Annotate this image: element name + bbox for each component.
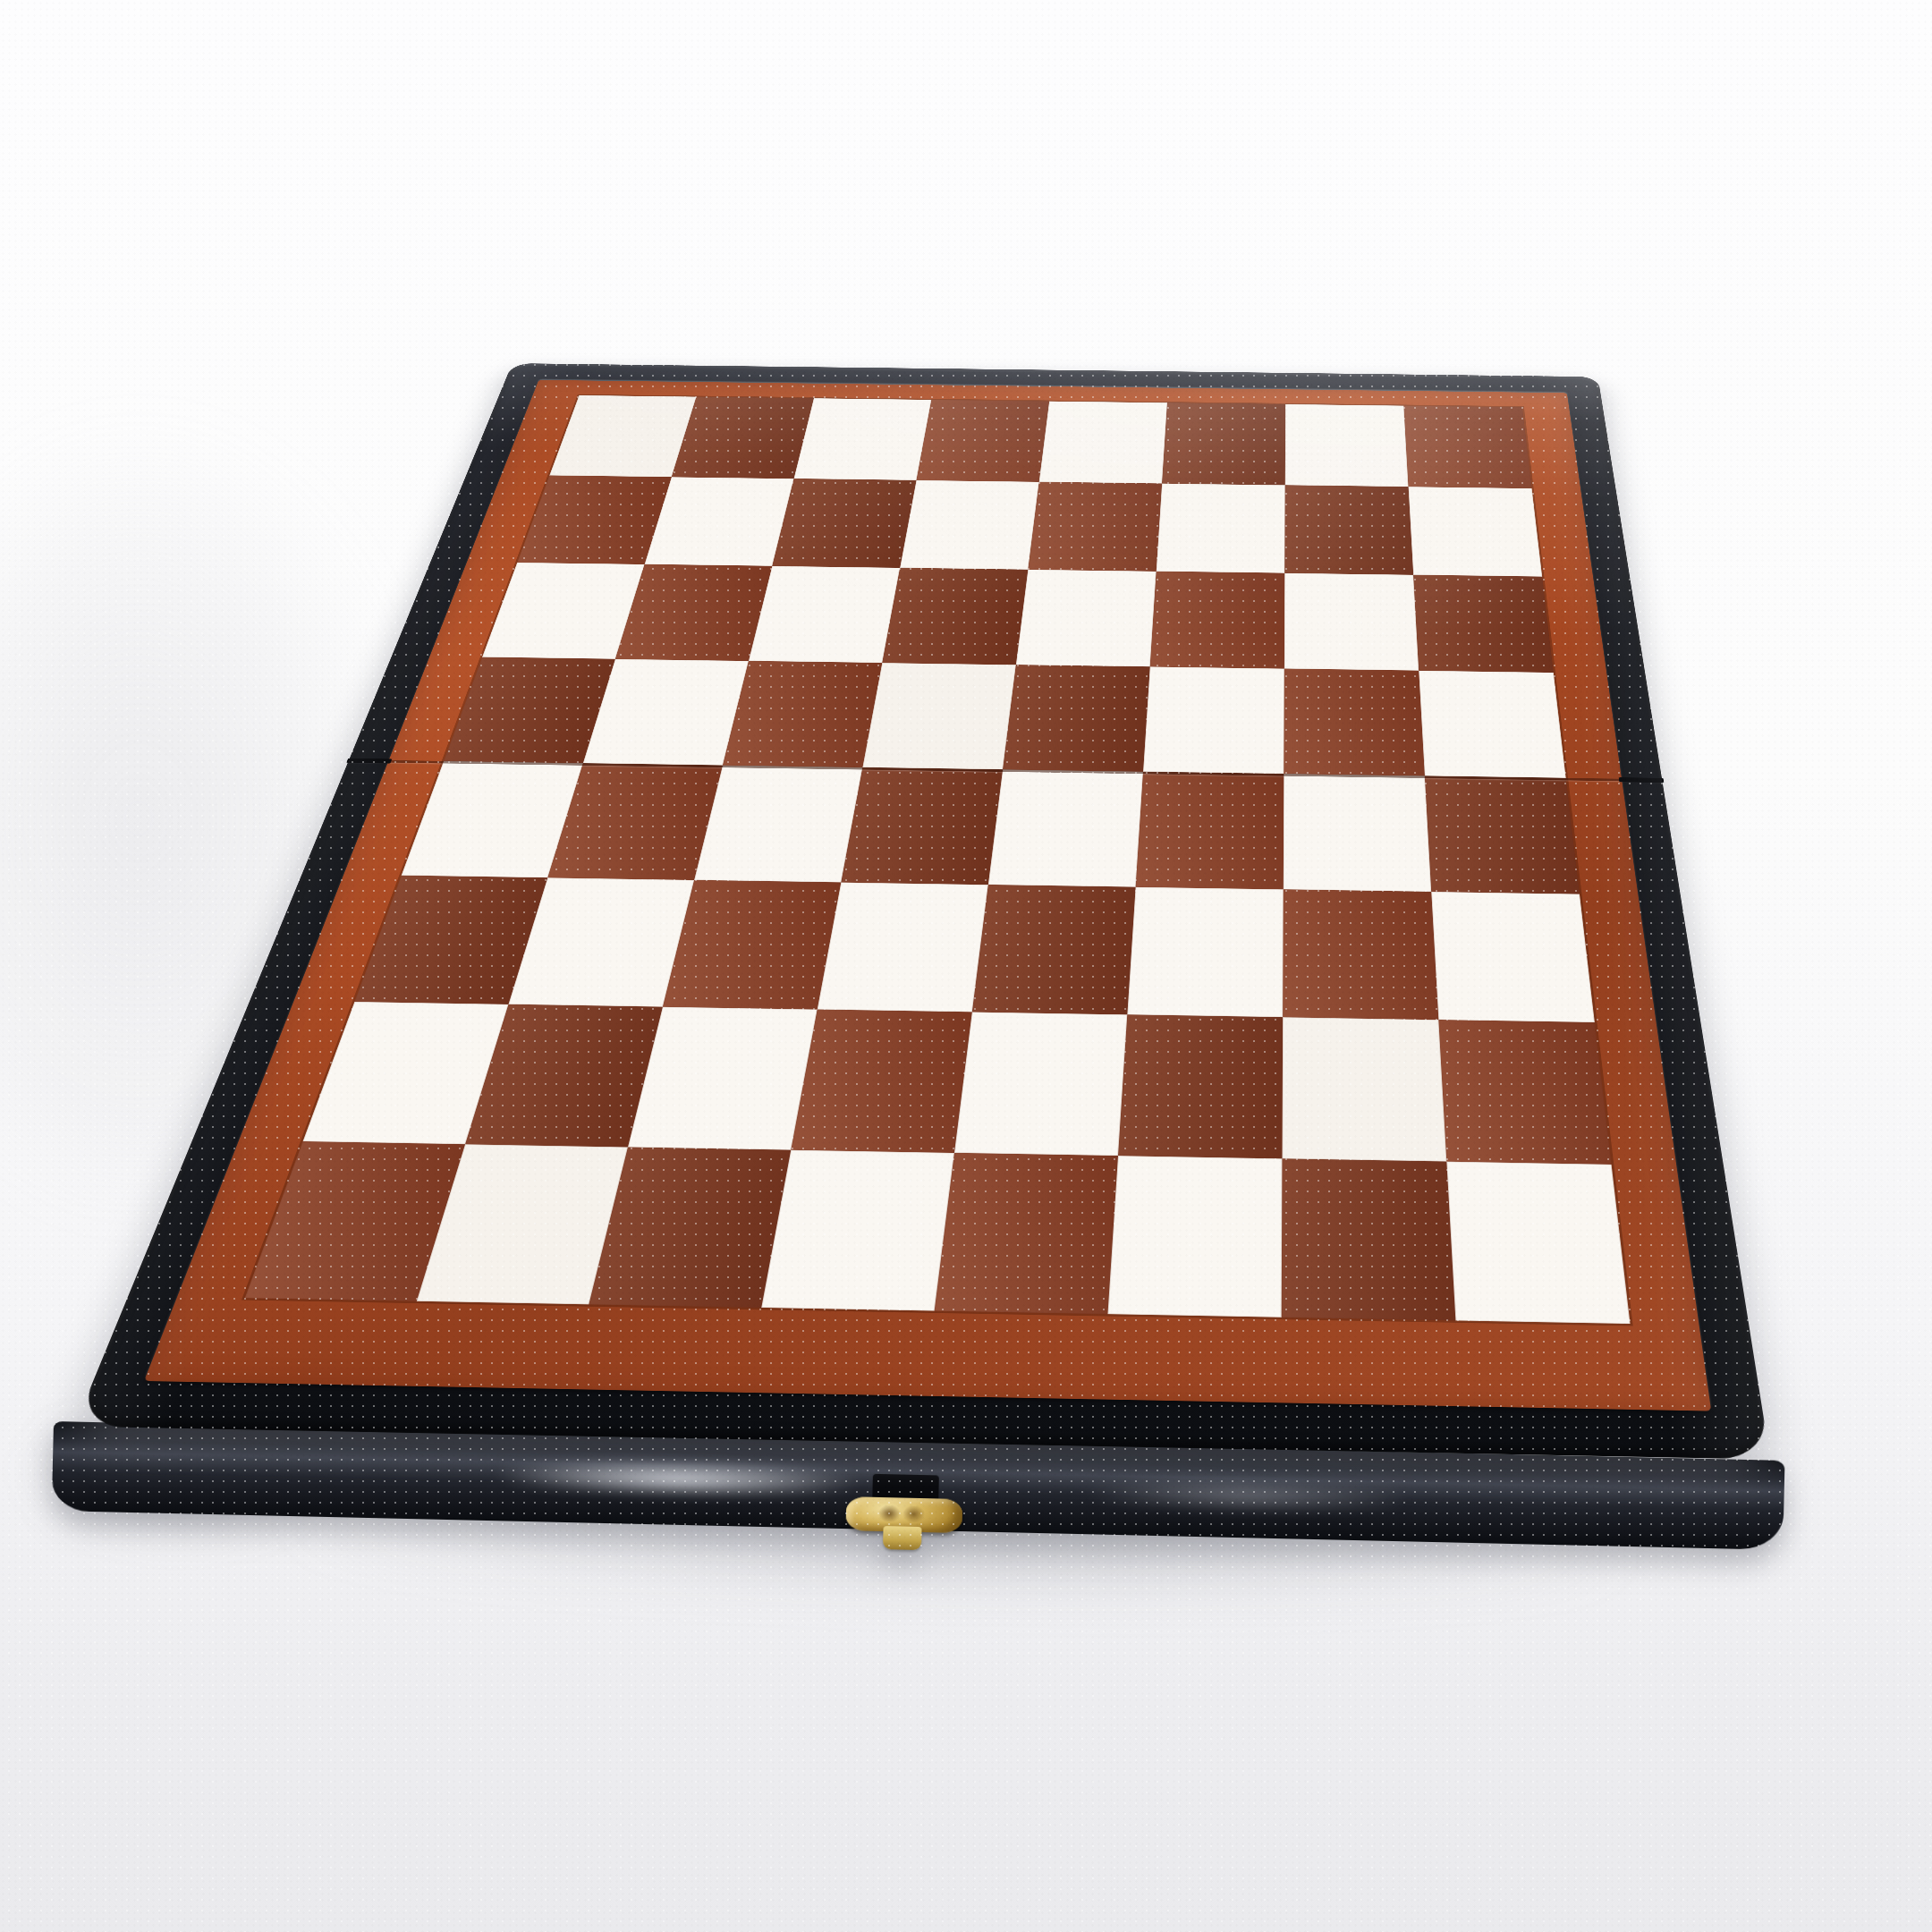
- square-g1: [1282, 1159, 1456, 1321]
- square-e5: [1003, 665, 1150, 771]
- square-c5: [723, 661, 882, 767]
- square-d1: [761, 1150, 954, 1311]
- square-g3: [1283, 889, 1438, 1020]
- square-e3: [972, 885, 1136, 1014]
- gloss-highlight: [463, 1459, 894, 1497]
- square-g6: [1284, 572, 1419, 670]
- square-g7: [1284, 485, 1413, 574]
- square-d3: [818, 882, 988, 1012]
- square-h7: [1409, 487, 1543, 576]
- square-f1: [1107, 1156, 1282, 1318]
- square-g5: [1284, 669, 1425, 776]
- square-e2: [954, 1012, 1127, 1156]
- square-f5: [1143, 667, 1284, 775]
- square-f7: [1157, 483, 1285, 572]
- chess-board: [245, 395, 1631, 1324]
- square-c6: [749, 566, 900, 664]
- square-h3: [1431, 892, 1595, 1022]
- gloss-highlight-2: [1054, 1479, 1438, 1512]
- square-g2: [1282, 1017, 1446, 1162]
- square-d7: [900, 480, 1038, 570]
- square-e8: [1039, 402, 1167, 484]
- square-h1: [1446, 1162, 1630, 1324]
- square-h4: [1425, 775, 1580, 894]
- square-h5: [1419, 671, 1566, 778]
- square-e7: [1028, 482, 1162, 572]
- square-d2: [791, 1009, 972, 1153]
- square-h6: [1413, 574, 1554, 673]
- square-b7: [645, 477, 794, 565]
- square-f6: [1150, 572, 1285, 669]
- square-b8: [672, 397, 814, 479]
- square-f3: [1127, 887, 1283, 1017]
- square-d5: [862, 663, 1015, 769]
- square-f8: [1162, 402, 1285, 485]
- square-c4: [694, 766, 862, 883]
- photo-scene: [0, 0, 1932, 1932]
- square-d6: [882, 568, 1028, 665]
- square-e6: [1016, 570, 1157, 667]
- square-h8: [1403, 406, 1531, 488]
- square-h2: [1438, 1020, 1611, 1165]
- square-d8: [917, 400, 1050, 482]
- square-c8: [794, 398, 932, 480]
- fold-seam-notch-left: [346, 758, 392, 764]
- square-e4: [988, 769, 1143, 886]
- brass-clasp-tab: [883, 1526, 922, 1550]
- square-e1: [935, 1153, 1118, 1314]
- fold-seam-notch-right: [1619, 777, 1665, 783]
- square-f2: [1118, 1014, 1283, 1159]
- square-c3: [663, 880, 841, 1009]
- square-f4: [1136, 772, 1284, 890]
- square-g4: [1284, 774, 1431, 892]
- square-d4: [841, 767, 1003, 885]
- square-c7: [772, 479, 916, 568]
- square-g8: [1285, 404, 1409, 487]
